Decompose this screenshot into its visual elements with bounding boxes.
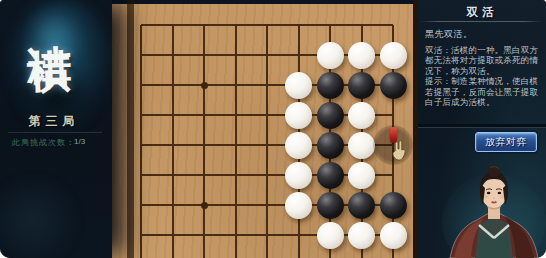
board-cell[interactable] [283, 130, 315, 160]
board-cell[interactable] [314, 40, 346, 70]
board-cell[interactable] [157, 250, 189, 258]
board-cell[interactable] [283, 250, 315, 258]
board-cell[interactable] [125, 220, 157, 250]
black-stone [348, 192, 375, 219]
board-cell[interactable] [283, 70, 315, 100]
board-cell[interactable] [220, 130, 252, 160]
attempts-row: 此局挑战次数： 1/3 [12, 137, 106, 148]
board-cell[interactable] [314, 190, 346, 220]
board-cell[interactable] [157, 160, 189, 190]
board-cell[interactable] [157, 130, 189, 160]
board-cell[interactable] [346, 250, 378, 258]
board-cell[interactable] [314, 250, 346, 258]
board-cell[interactable] [188, 250, 220, 258]
board-cell[interactable] [283, 100, 315, 130]
board-cell[interactable] [157, 220, 189, 250]
board-cell[interactable] [188, 220, 220, 250]
white-stone [317, 222, 344, 249]
board-cell[interactable] [251, 10, 283, 40]
board-cell[interactable] [125, 100, 157, 130]
go-puzzle-window: 诘棋 第三局 此局挑战次数： 1/3 双活 黑先双活。 双活：活棋的一种。黑白双… [0, 0, 546, 258]
ink-splash-decoration [0, 176, 78, 258]
board-cell[interactable] [188, 10, 220, 40]
board-cell[interactable] [346, 190, 378, 220]
white-stone [348, 162, 375, 189]
panel-groove-divider [418, 124, 546, 128]
hand-cursor-icon [387, 139, 411, 163]
board-cell[interactable] [283, 220, 315, 250]
white-stone [285, 162, 312, 189]
board-cell[interactable] [283, 40, 315, 70]
board-cell[interactable] [283, 160, 315, 190]
board-cell[interactable] [220, 40, 252, 70]
giveup-game-button[interactable]: 放弃对弈 [475, 132, 537, 152]
board-cell[interactable] [283, 190, 315, 220]
board-cell[interactable] [157, 190, 189, 220]
board-cell[interactable] [220, 10, 252, 40]
white-stone [348, 102, 375, 129]
white-stone [285, 102, 312, 129]
board-cell[interactable] [251, 100, 283, 130]
board-cell[interactable] [377, 190, 409, 220]
board-cell[interactable] [220, 220, 252, 250]
board-cell[interactable] [220, 70, 252, 100]
black-stone [317, 72, 344, 99]
board-cell[interactable] [346, 70, 378, 100]
sidebar-divider [8, 132, 102, 133]
board-cell[interactable] [220, 250, 252, 258]
board-cell[interactable] [314, 100, 346, 130]
board-cell[interactable] [251, 250, 283, 258]
white-stone [348, 222, 375, 249]
tip-hint-text: 提示：制造某种情况，使白棋若提黑子，反而会让黑子提取白子后成为活棋。 [425, 76, 541, 107]
board-cell[interactable] [314, 70, 346, 100]
board-cell[interactable] [188, 130, 220, 160]
black-stone [348, 72, 375, 99]
black-stone [380, 192, 407, 219]
npc-portrait [442, 164, 546, 258]
white-stone [317, 42, 344, 69]
tip-title-divider [420, 21, 542, 22]
tip-description: 双活：活棋的一种。黑白双方都无法将对方提取或杀死的情况下，称为双活。 提示：制造… [425, 45, 541, 107]
black-stone [317, 162, 344, 189]
tip-title: 双活 [418, 5, 546, 20]
board-cell[interactable] [314, 10, 346, 40]
board-cell[interactable] [251, 40, 283, 70]
white-stone [348, 42, 375, 69]
board-cell[interactable] [220, 190, 252, 220]
black-stone [380, 72, 407, 99]
board-cell[interactable] [377, 40, 409, 70]
board-cell[interactable] [220, 160, 252, 190]
board-cell[interactable] [314, 220, 346, 250]
board-cell[interactable] [125, 40, 157, 70]
board-cell[interactable] [251, 220, 283, 250]
star-point [201, 82, 208, 89]
board-cell[interactable] [251, 160, 283, 190]
board-cell[interactable] [377, 250, 409, 258]
black-stone [317, 102, 344, 129]
white-stone [380, 222, 407, 249]
board-cell[interactable] [188, 100, 220, 130]
board-cell[interactable] [125, 70, 157, 100]
board-cell[interactable] [377, 130, 409, 160]
board-cell[interactable] [377, 70, 409, 100]
puzzle-sidebar: 诘棋 第三局 此局挑战次数： 1/3 [0, 0, 112, 258]
board-cell[interactable] [188, 160, 220, 190]
board-cell[interactable] [125, 10, 157, 40]
white-stone [380, 42, 407, 69]
board-grid [125, 10, 409, 258]
board-cell[interactable] [251, 130, 283, 160]
board-cell[interactable] [314, 130, 346, 160]
board-cell[interactable] [157, 40, 189, 70]
attempts-label: 此局挑战次数： [12, 138, 75, 147]
play-hint-cursor[interactable] [373, 125, 413, 165]
board-cell[interactable] [346, 220, 378, 250]
board-cell[interactable] [125, 160, 157, 190]
black-stone [317, 132, 344, 159]
white-stone [348, 132, 375, 159]
board-cell[interactable] [283, 10, 315, 40]
white-stone [285, 132, 312, 159]
white-stone [285, 192, 312, 219]
tip-panel: 双活 黑先双活。 双活：活棋的一种。黑白双方都无法将对方提取或杀死的情况下，称为… [418, 0, 546, 258]
tip-subtitle: 黑先双活。 [425, 28, 473, 41]
board-cell[interactable] [377, 220, 409, 250]
board-cell[interactable] [157, 70, 189, 100]
board-cell[interactable] [251, 70, 283, 100]
board-cell[interactable] [220, 100, 252, 130]
board-top-shadow [110, 0, 418, 4]
white-stone [285, 72, 312, 99]
board-cell[interactable] [188, 190, 220, 220]
tip-description-text: 双活：活棋的一种。黑白双方都无法将对方提取或杀死的情况下，称为双活。 [425, 45, 541, 76]
board-cell[interactable] [346, 40, 378, 70]
board-cell[interactable] [125, 130, 157, 160]
board-cell[interactable] [251, 190, 283, 220]
puzzle-calligraphy-title: 诘棋 [26, 9, 70, 19]
round-label: 第三局 [0, 113, 108, 130]
star-point [201, 202, 208, 209]
board-cell[interactable] [125, 250, 157, 258]
board-cell[interactable] [157, 100, 189, 130]
attempts-value: 1/3 [74, 137, 85, 146]
board-cell[interactable] [346, 10, 378, 40]
board-cell[interactable] [314, 160, 346, 190]
board-cell[interactable] [188, 40, 220, 70]
go-board [110, 0, 418, 258]
board-cell[interactable] [188, 70, 220, 100]
board-cell[interactable] [157, 10, 189, 40]
black-stone [317, 192, 344, 219]
board-cell[interactable] [377, 10, 409, 40]
board-cell[interactable] [125, 190, 157, 220]
